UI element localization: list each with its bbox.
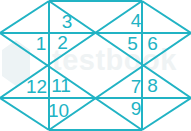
region-label-6: 6	[147, 33, 158, 54]
region-label-3: 3	[62, 11, 73, 32]
region-label-8: 8	[147, 75, 158, 96]
region-label-9: 9	[131, 98, 142, 119]
line-corner-bottom-right	[142, 98, 191, 130]
line-corner-top-right	[142, 1, 191, 33]
star-figure-svg: 123456789101112	[0, 0, 191, 131]
puzzle-figure: testbook 123456789101112	[0, 0, 191, 131]
region-label-1: 1	[36, 33, 47, 54]
region-label-10: 10	[48, 100, 69, 121]
region-label-2: 2	[57, 32, 68, 53]
region-label-4: 4	[131, 10, 142, 31]
line-corner-bottom-left	[0, 98, 49, 130]
region-label-5: 5	[127, 33, 138, 54]
region-label-7: 7	[131, 76, 142, 97]
region-label-12: 12	[26, 76, 47, 97]
region-label-11: 11	[51, 75, 71, 96]
line-corner-top-left	[0, 1, 49, 33]
